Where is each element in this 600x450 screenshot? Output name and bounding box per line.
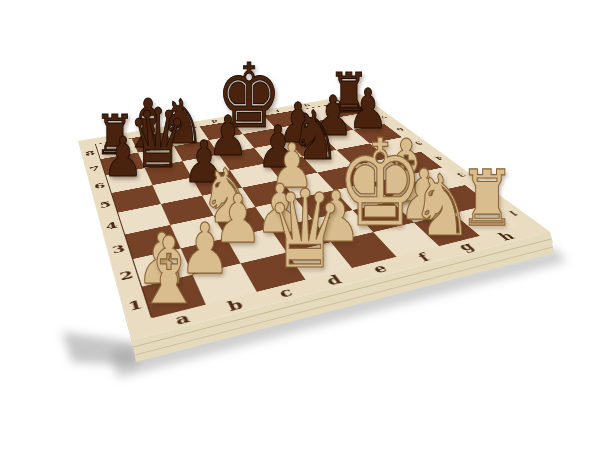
rank-label-4: 4 xyxy=(104,219,119,231)
piece-white-queen-d1[interactable]: ♛ xyxy=(266,176,345,284)
board-shadow-left xyxy=(62,332,138,366)
file-label-e: e xyxy=(369,261,391,276)
piece-black-pawn-a7[interactable]: ♟ xyxy=(103,130,143,185)
piece-white-knight-g1[interactable]: ♞ xyxy=(410,163,472,248)
rank-label-2: 2 xyxy=(118,267,135,282)
rank-label-5: 5 xyxy=(98,199,112,210)
chess-set-photo: aabbccddeeffgghh1122334455667788 ♜♝♞♚♜♟♛… xyxy=(0,0,600,450)
rank-label-3: 3 xyxy=(111,242,127,256)
piece-white-bishop-a1[interactable]: ♝ xyxy=(135,225,203,318)
